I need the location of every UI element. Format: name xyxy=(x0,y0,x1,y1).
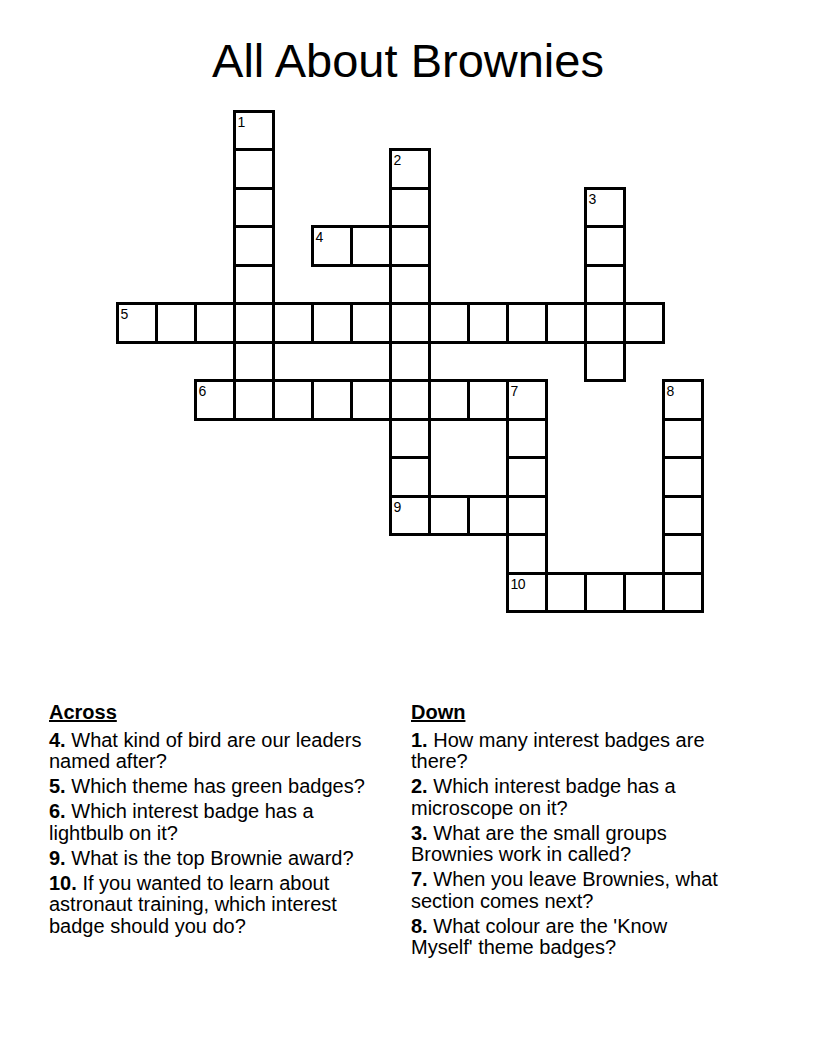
grid-cell-r12c14[interactable] xyxy=(662,572,704,614)
clue-down-8-number: 8. xyxy=(411,915,428,937)
grid-cell-r5c1[interactable] xyxy=(155,302,197,344)
grid-cell-r8c14[interactable] xyxy=(662,418,704,460)
down-clues-section: Down 1. How many interest badges are the… xyxy=(411,702,726,962)
clue-down-7-text: When you leave Brownies, what section co… xyxy=(411,868,718,912)
grid-cell-r4c12[interactable] xyxy=(584,264,626,306)
cell-number-8: 8 xyxy=(667,384,674,398)
grid-cell-r2c3[interactable] xyxy=(233,187,275,229)
grid-cell-r8c10[interactable] xyxy=(506,418,548,460)
cell-number-3: 3 xyxy=(589,192,596,206)
grid-cell-r12c12[interactable] xyxy=(584,572,626,614)
clue-down-2-text: Which interest badge has a microscope on… xyxy=(411,775,676,819)
clue-across-9: 9. What is the top Brownie award? xyxy=(49,848,389,870)
grid-cell-r10c9[interactable] xyxy=(467,495,509,537)
grid-cell-r4c7[interactable] xyxy=(389,264,431,306)
clue-across-6: 6. Which interest badge has a lightbulb … xyxy=(49,801,389,844)
clue-down-1: 1. How many interest badges are there? xyxy=(411,730,726,773)
across-header: Across xyxy=(49,702,389,724)
grid-cell-r5c13[interactable] xyxy=(623,302,665,344)
clue-down-8-text: What colour are the 'Know Myself' theme … xyxy=(411,915,667,959)
grid-cell-r7c5[interactable] xyxy=(311,379,353,421)
clue-down-1-text: How many interest badges are there? xyxy=(411,729,705,773)
clue-down-3-number: 3. xyxy=(411,822,428,844)
grid-cell-r5c7[interactable] xyxy=(389,302,431,344)
grid-cell-r6c7[interactable] xyxy=(389,341,431,383)
grid-cell-r5c3[interactable] xyxy=(233,302,275,344)
clue-across-10: 10. If you wanted to learn about astrona… xyxy=(49,873,389,938)
grid-cell-r7c4[interactable] xyxy=(272,379,314,421)
grid-cell-r3c3[interactable] xyxy=(233,225,275,267)
clue-down-3-text: What are the small groups Brownies work … xyxy=(411,822,667,866)
grid-cell-r5c6[interactable] xyxy=(350,302,392,344)
grid-cell-r1c3[interactable] xyxy=(233,148,275,190)
clue-across-5-number: 5. xyxy=(49,775,66,797)
grid-cell-r7c9[interactable] xyxy=(467,379,509,421)
grid-cell-r10c8[interactable] xyxy=(428,495,470,537)
clue-across-10-number: 10. xyxy=(49,872,77,894)
clue-down-2: 2. Which interest badge has a microscope… xyxy=(411,776,726,819)
grid-cell-r6c3[interactable] xyxy=(233,341,275,383)
clue-across-4-text: What kind of bird are our leaders named … xyxy=(49,729,361,773)
grid-cell-r10c10[interactable] xyxy=(506,495,548,537)
grid-cell-r7c8[interactable] xyxy=(428,379,470,421)
grid-cell-r5c2[interactable] xyxy=(194,302,236,344)
grid-cell-r7c3[interactable] xyxy=(233,379,275,421)
grid-cell-r3c12[interactable] xyxy=(584,225,626,267)
down-header: Down xyxy=(411,702,726,724)
clue-down-7-number: 7. xyxy=(411,868,428,890)
grid-cell-r4c3[interactable] xyxy=(233,264,275,306)
clue-across-5: 5. Which theme has green badges? xyxy=(49,776,389,798)
clue-across-4-number: 4. xyxy=(49,729,66,751)
puzzle-title: All About Brownies xyxy=(0,35,816,87)
grid-cell-r11c14[interactable] xyxy=(662,533,704,575)
clue-down-8: 8. What colour are the 'Know Myself' the… xyxy=(411,916,726,959)
grid-cell-r12c11[interactable] xyxy=(545,572,587,614)
grid-cell-r5c8[interactable] xyxy=(428,302,470,344)
clue-down-1-number: 1. xyxy=(411,729,428,751)
across-clues-section: Across 4. What kind of bird are our lead… xyxy=(49,702,389,941)
cell-number-1: 1 xyxy=(238,115,245,129)
grid-cell-r7c7[interactable] xyxy=(389,379,431,421)
grid-cell-r5c5[interactable] xyxy=(311,302,353,344)
grid-cell-r9c7[interactable] xyxy=(389,456,431,498)
grid-cell-r9c14[interactable] xyxy=(662,456,704,498)
grid-cell-r5c10[interactable] xyxy=(506,302,548,344)
clue-down-2-number: 2. xyxy=(411,775,428,797)
grid-cell-r6c12[interactable] xyxy=(584,341,626,383)
grid-cell-r10c14[interactable] xyxy=(662,495,704,537)
clue-across-4: 4. What kind of bird are our leaders nam… xyxy=(49,730,389,773)
grid-cell-r5c11[interactable] xyxy=(545,302,587,344)
grid-cell-r5c9[interactable] xyxy=(467,302,509,344)
clue-down-3: 3. What are the small groups Brownies wo… xyxy=(411,823,726,866)
clue-across-9-text: What is the top Brownie award? xyxy=(71,847,353,869)
clue-across-10-text: If you wanted to learn about astronaut t… xyxy=(49,872,337,937)
cell-number-6: 6 xyxy=(199,384,206,398)
grid-cell-r9c10[interactable] xyxy=(506,456,548,498)
grid-cell-r5c4[interactable] xyxy=(272,302,314,344)
grid-cell-r7c6[interactable] xyxy=(350,379,392,421)
clue-across-6-number: 6. xyxy=(49,800,66,822)
grid-cell-r2c7[interactable] xyxy=(389,187,431,229)
grid-cell-r8c7[interactable] xyxy=(389,418,431,460)
crossword-grid: 12345678910 xyxy=(117,111,702,612)
clue-across-9-number: 9. xyxy=(49,847,66,869)
cell-number-7: 7 xyxy=(511,384,518,398)
clue-across-6-text: Which interest badge has a lightbulb on … xyxy=(49,800,314,844)
grid-cell-r5c12[interactable] xyxy=(584,302,626,344)
clue-down-7: 7. When you leave Brownies, what section… xyxy=(411,869,726,912)
cell-number-10: 10 xyxy=(511,577,526,591)
cell-number-4: 4 xyxy=(316,230,323,244)
cell-number-5: 5 xyxy=(121,307,128,321)
grid-cell-r12c13[interactable] xyxy=(623,572,665,614)
grid-cell-r11c10[interactable] xyxy=(506,533,548,575)
grid-cell-r3c7[interactable] xyxy=(389,225,431,267)
cell-number-2: 2 xyxy=(394,153,401,167)
grid-cell-r3c6[interactable] xyxy=(350,225,392,267)
clue-across-5-text: Which theme has green badges? xyxy=(71,775,365,797)
cell-number-9: 9 xyxy=(394,500,401,514)
